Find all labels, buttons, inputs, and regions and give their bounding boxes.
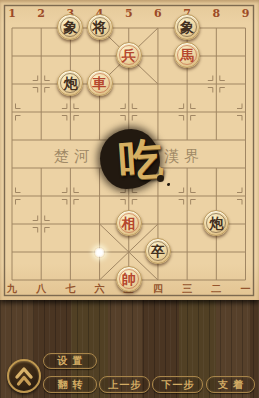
piece-red-馬[interactable]: 馬 [174,42,200,68]
file-label-top: 5 [119,7,139,20]
settings-button[interactable]: 设置 [43,353,97,369]
file-label-bottom: 七 [60,282,80,296]
file-label-bottom: 六 [90,282,110,296]
piece-black-象[interactable]: 象 [57,14,83,40]
piece-label: 兵 [122,48,136,62]
river-label-left: 楚河 [54,147,94,165]
previous-move-button[interactable]: 上一步 [99,376,150,393]
file-label-bottom: 八 [31,282,51,296]
piece-red-兵[interactable]: 兵 [116,42,142,68]
piece-label: 馬 [180,48,194,62]
hint-button[interactable]: 支着 [206,376,255,393]
double-chevron-up-icon [12,364,36,388]
piece-label: 炮 [209,216,223,230]
xiangqi-board[interactable]: 123456789 九八七六五四三二一 楚河 漢界 象将象兵馬炮車相炮卒帥 吃 [0,0,259,300]
piece-red-相[interactable]: 相 [116,210,142,236]
file-label-bottom: 二 [206,282,226,296]
piece-red-帥[interactable]: 帥 [116,266,142,292]
piece-black-卒[interactable]: 卒 [145,238,171,264]
piece-label: 炮 [63,76,77,90]
piece-black-象[interactable]: 象 [174,14,200,40]
piece-label: 象 [63,20,77,34]
piece-black-炮[interactable]: 炮 [203,210,229,236]
file-label-top: 2 [31,7,51,20]
piece-label: 車 [93,76,107,90]
piece-red-車[interactable]: 車 [87,70,113,96]
piece-label: 帥 [122,272,136,286]
piece-label: 象 [180,20,194,34]
file-label-top: 6 [148,7,168,20]
piece-label: 相 [122,216,136,230]
file-label-bottom: 三 [177,282,197,296]
piece-label: 将 [93,20,107,34]
file-label-top: 8 [206,7,226,20]
file-label-bottom: 一 [236,282,256,296]
piece-black-炮[interactable]: 炮 [57,70,83,96]
capture-text: 吃 [118,137,165,184]
flip-board-button[interactable]: 翻转 [43,376,97,393]
file-label-top: 1 [2,7,22,20]
river-label-right: 漢界 [164,147,204,165]
file-label-top: 9 [236,7,256,20]
file-label-bottom: 四 [148,282,168,296]
xiangqi-app-screen: 123456789 九八七六五四三二一 楚河 漢界 象将象兵馬炮車相炮卒帥 吃 … [0,0,259,398]
capture-animation-badge: 吃 [100,129,160,189]
piece-black-将[interactable]: 将 [87,14,113,40]
app-logo-button[interactable] [7,359,41,393]
next-move-button[interactable]: 下一步 [152,376,203,393]
piece-label: 卒 [151,244,165,258]
file-label-bottom: 九 [2,282,22,296]
move-origin-marker [94,247,105,258]
